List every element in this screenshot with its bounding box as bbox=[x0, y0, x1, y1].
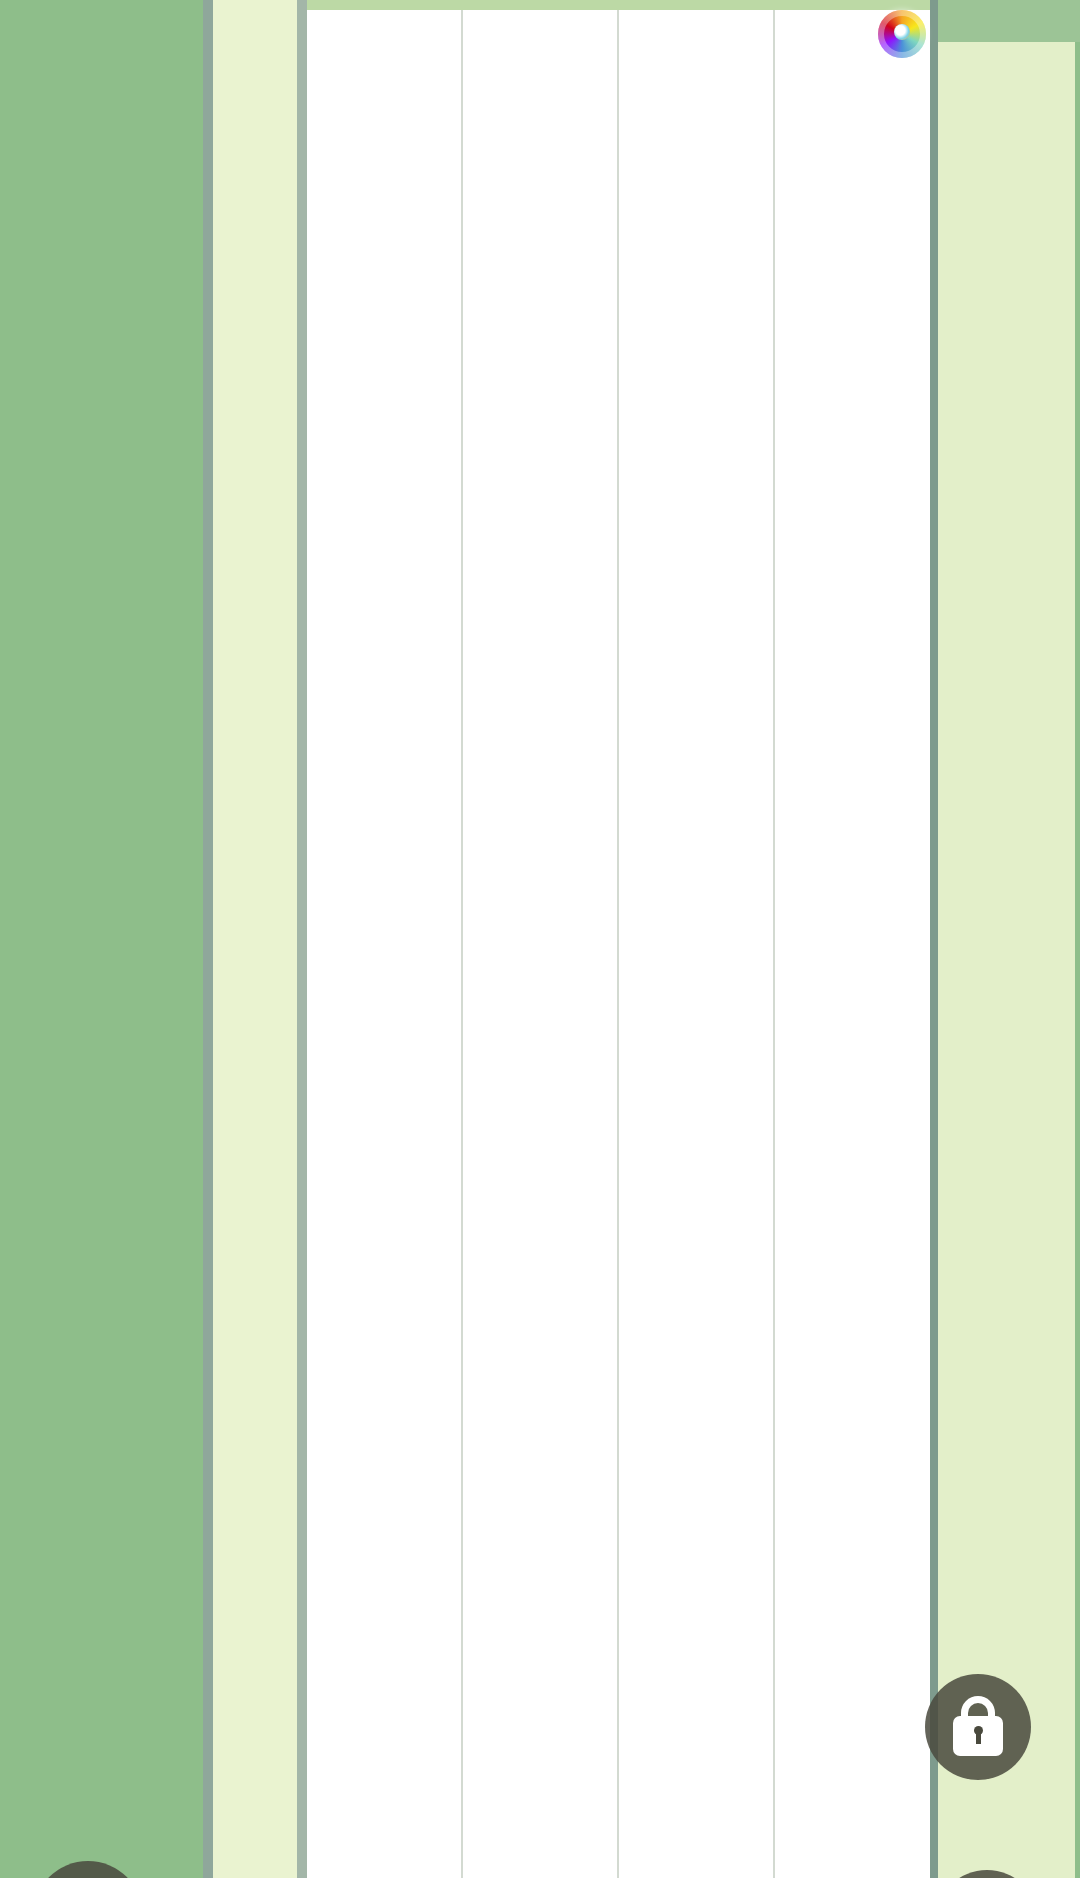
lock-button[interactable] bbox=[925, 1674, 1031, 1780]
chart-content bbox=[0, 0, 1080, 1878]
lottery-trend-chart-page bbox=[0, 0, 1080, 1878]
site-logo-swirl-icon bbox=[878, 10, 926, 58]
